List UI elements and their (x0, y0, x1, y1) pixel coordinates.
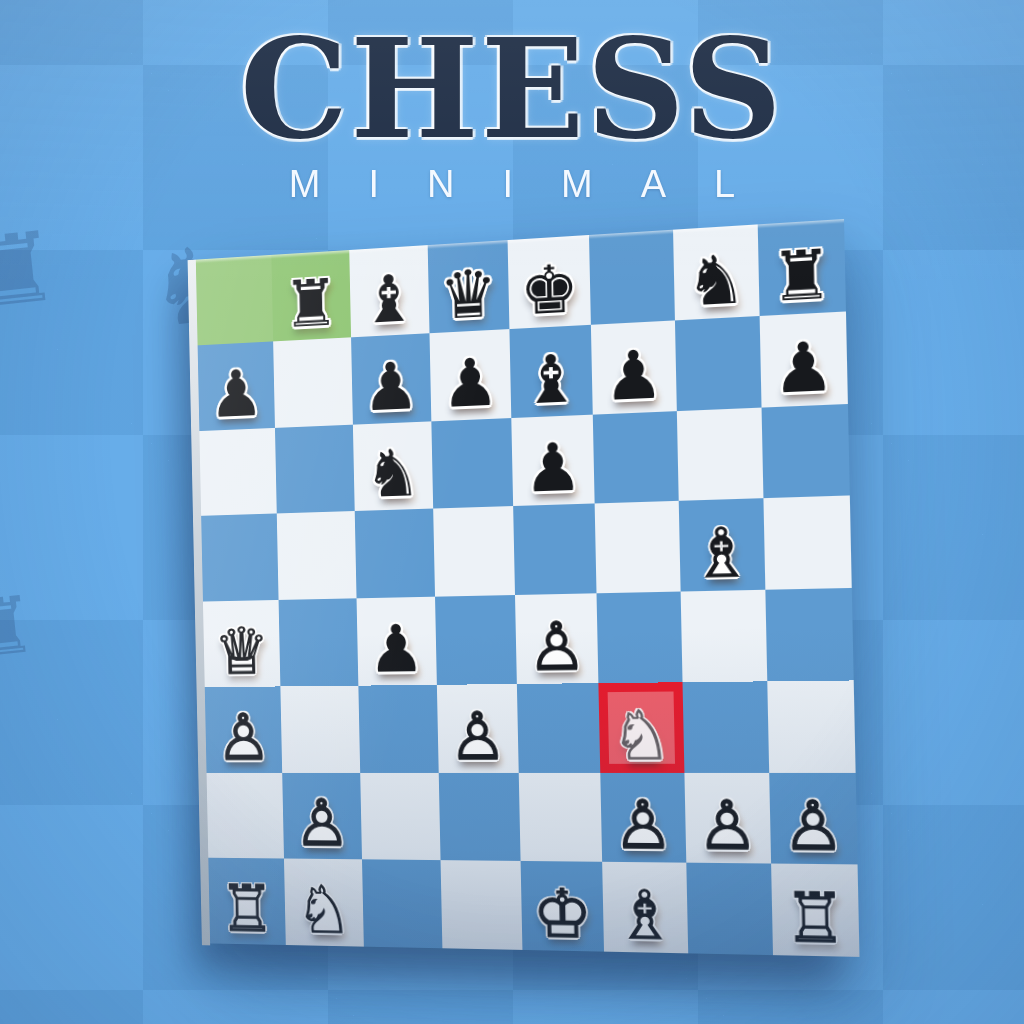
piece-white-queen[interactable]: ♛︎♕︎ (203, 600, 281, 687)
piece-black-queen[interactable]: ♛︎ (427, 240, 509, 333)
square-f6[interactable] (593, 411, 678, 504)
square-a4[interactable]: ♛︎♕︎ (203, 600, 281, 687)
square-e7[interactable]: ♝︎ (509, 325, 593, 418)
square-c5[interactable] (354, 509, 435, 599)
square-c6[interactable]: ♞︎ (352, 421, 433, 511)
piece-black-rook[interactable]: ♜︎ (757, 219, 846, 316)
square-f1[interactable]: ♝︎♗︎ (602, 862, 687, 953)
piece-white-pawn[interactable]: ♟︎♙︎ (515, 593, 599, 683)
square-f5[interactable] (595, 501, 680, 593)
square-a7[interactable]: ♟︎ (198, 341, 276, 430)
square-g3[interactable] (682, 681, 769, 772)
square-c2[interactable] (360, 772, 441, 860)
piece-white-pawn[interactable]: ♟︎♙︎ (601, 772, 686, 862)
piece-black-pawn[interactable]: ♟︎ (591, 320, 676, 414)
square-d7[interactable]: ♟︎ (429, 329, 511, 421)
square-b6[interactable] (275, 424, 354, 513)
piece-black-pawn[interactable]: ♟︎ (351, 333, 432, 424)
square-e4[interactable]: ♟︎♙︎ (515, 593, 599, 683)
square-b7[interactable] (273, 337, 352, 427)
piece-black-pawn[interactable]: ♟︎ (511, 414, 595, 506)
piece-white-rook[interactable]: ♜︎♖︎ (208, 858, 286, 945)
square-c4[interactable]: ♟︎ (356, 597, 437, 686)
square-g6[interactable] (676, 407, 763, 501)
square-d1[interactable] (440, 860, 522, 950)
piece-black-pawn[interactable]: ♟︎ (356, 597, 437, 686)
page-subtitle: MINIMAL (24, 165, 1024, 203)
square-b4[interactable] (279, 598, 358, 686)
piece-white-pawn[interactable]: ♟︎♙︎ (684, 772, 771, 863)
square-h6[interactable] (761, 403, 850, 498)
piece-white-knight[interactable]: ♞︎♘︎ (599, 682, 684, 772)
square-a5[interactable] (201, 514, 279, 602)
square-h2[interactable]: ♟︎♙︎ (769, 772, 858, 864)
square-b5[interactable] (277, 511, 356, 600)
piece-white-pawn[interactable]: ♟︎♙︎ (769, 772, 858, 864)
square-a2[interactable] (207, 772, 285, 858)
piece-white-bishop[interactable]: ♝︎♗︎ (602, 862, 687, 953)
piece-black-bishop[interactable]: ♝︎ (509, 325, 593, 418)
rook-silhouette-top-left: ♜︎ (0, 218, 63, 322)
title-block: CHESS MINIMAL (0, 0, 1024, 203)
square-f8[interactable] (589, 230, 674, 325)
square-h8[interactable]: ♜︎ (757, 219, 846, 316)
piece-white-bishop[interactable]: ♝︎♗︎ (678, 498, 765, 591)
square-g1[interactable] (686, 863, 773, 955)
square-a3[interactable]: ♟︎♙︎ (205, 686, 283, 772)
square-d3[interactable]: ♟︎♙︎ (437, 684, 519, 773)
page-title: CHESS (0, 0, 1024, 159)
square-h5[interactable] (763, 496, 852, 590)
square-a8[interactable] (196, 255, 274, 345)
piece-black-pawn[interactable]: ♟︎ (198, 341, 276, 430)
square-d4[interactable] (435, 595, 517, 685)
square-h1[interactable]: ♜︎♖︎ (771, 864, 860, 957)
piece-white-rook[interactable]: ♜︎♖︎ (771, 864, 860, 957)
square-c3[interactable] (358, 685, 439, 773)
piece-black-bishop[interactable]: ♝︎ (349, 245, 429, 337)
square-b8[interactable]: ♜︎ (272, 250, 351, 341)
square-d6[interactable] (431, 418, 513, 509)
square-f7[interactable]: ♟︎ (591, 320, 676, 414)
piece-white-king[interactable]: ♚︎♔︎ (521, 861, 605, 951)
piece-black-pawn[interactable]: ♟︎ (759, 311, 848, 407)
square-d8[interactable]: ♛︎ (427, 240, 509, 333)
piece-black-knight[interactable]: ♞︎ (352, 421, 433, 511)
square-g8[interactable]: ♞︎ (673, 224, 760, 320)
square-g5[interactable]: ♝︎♗︎ (678, 498, 765, 591)
square-g4[interactable] (680, 590, 767, 682)
square-h7[interactable]: ♟︎ (759, 311, 848, 407)
square-h3[interactable] (767, 680, 856, 772)
piece-white-pawn[interactable]: ♟︎♙︎ (282, 772, 361, 859)
piece-white-pawn[interactable]: ♟︎♙︎ (205, 686, 283, 772)
piece-white-knight[interactable]: ♞︎♘︎ (284, 859, 363, 947)
piece-black-rook[interactable]: ♜︎ (272, 250, 351, 341)
piece-black-knight[interactable]: ♞︎ (673, 224, 760, 320)
square-b1[interactable]: ♞︎♘︎ (284, 859, 363, 947)
square-a1[interactable]: ♜︎♖︎ (208, 858, 286, 945)
square-a6[interactable] (199, 427, 277, 516)
square-d2[interactable] (438, 772, 520, 861)
square-e2[interactable] (519, 772, 603, 862)
chess-board[interactable]: ♜︎♝︎♛︎♚︎♞︎♜︎♟︎♟︎♟︎♝︎♟︎♟︎♞︎♟︎♝︎♗︎♛︎♕︎♟︎♟︎… (196, 219, 860, 957)
square-f4[interactable] (597, 592, 682, 683)
square-g7[interactable] (674, 316, 761, 411)
square-c1[interactable] (362, 860, 443, 949)
square-b2[interactable]: ♟︎♙︎ (282, 772, 361, 859)
square-e8[interactable]: ♚︎ (508, 235, 592, 329)
square-g2[interactable]: ♟︎♙︎ (684, 772, 771, 863)
square-f2[interactable]: ♟︎♙︎ (601, 772, 686, 862)
square-d5[interactable] (433, 506, 515, 596)
square-e3[interactable] (517, 683, 601, 773)
square-b3[interactable] (281, 685, 360, 772)
square-e1[interactable]: ♚︎♔︎ (521, 861, 605, 951)
piece-black-king[interactable]: ♚︎ (508, 235, 592, 329)
piece-white-pawn[interactable]: ♟︎♙︎ (437, 684, 519, 773)
square-e5[interactable] (513, 504, 597, 595)
piece-black-pawn[interactable]: ♟︎ (429, 329, 511, 421)
square-h4[interactable] (765, 588, 854, 681)
square-f3[interactable]: ♞︎♘︎ (599, 682, 684, 772)
square-e6[interactable]: ♟︎ (511, 414, 595, 506)
square-c8[interactable]: ♝︎ (349, 245, 429, 337)
square-c7[interactable]: ♟︎ (351, 333, 432, 424)
